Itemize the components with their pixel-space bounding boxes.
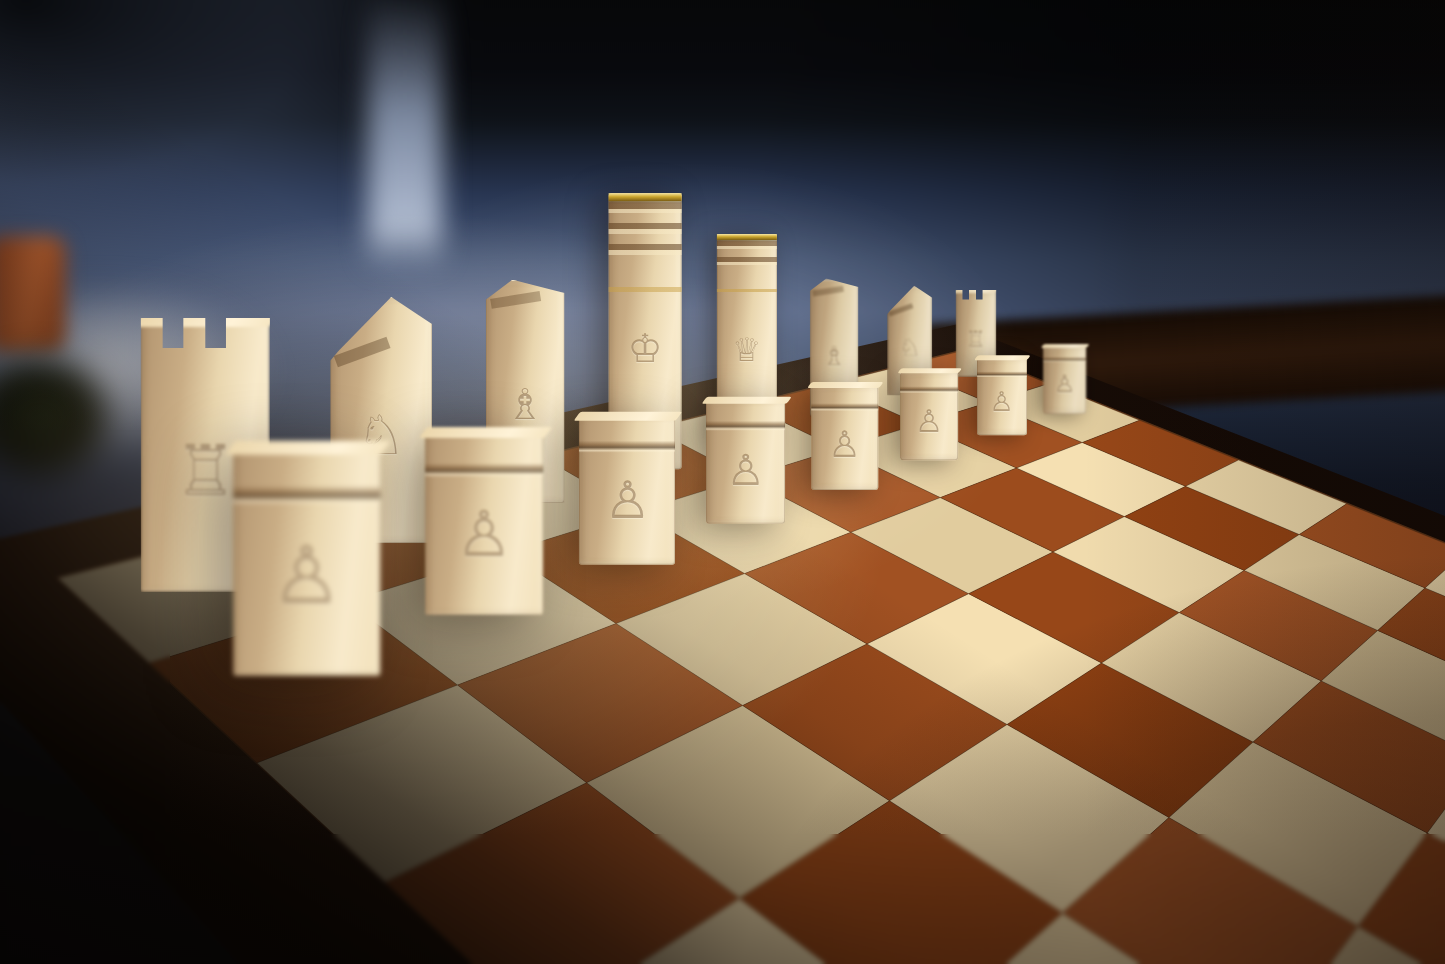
piece-top-face xyxy=(807,382,883,388)
white-bishop-glyph: ♗ xyxy=(506,380,544,429)
white-knight-glyph: ♘ xyxy=(899,333,921,362)
piece-top-face xyxy=(897,368,962,373)
white-pawn-glyph: ♙ xyxy=(271,529,342,622)
piece-white-pawn-g2[interactable]: ♙ xyxy=(425,432,543,615)
white-king-glyph: ♔ xyxy=(628,325,663,370)
piece-white-pawn-c2[interactable]: ♙ xyxy=(900,371,958,461)
piece-top-face xyxy=(419,427,552,438)
white-rook-glyph: ♖ xyxy=(966,326,986,352)
white-pawn-glyph: ♙ xyxy=(1054,370,1075,398)
piece-top-face xyxy=(974,356,1030,361)
white-queen-glyph: ♕ xyxy=(732,331,761,369)
piece-white-pawn-h2[interactable]: ♙ xyxy=(233,447,381,676)
white-pawn-glyph: ♙ xyxy=(456,497,513,571)
piece-white-pawn-f2[interactable]: ♙ xyxy=(579,416,675,565)
white-pawn-glyph: ♙ xyxy=(915,403,943,439)
piece-top-face xyxy=(1040,344,1089,348)
white-pawn-glyph: ♙ xyxy=(604,469,651,529)
piece-white-pawn-e2[interactable]: ♙ xyxy=(706,400,786,524)
piece-white-pawn-d2[interactable]: ♙ xyxy=(811,385,879,490)
piece-white-pawn-b2[interactable]: ♙ xyxy=(977,358,1027,436)
white-pawn-glyph: ♙ xyxy=(828,422,861,465)
scene: ♖♘♗♕♔♗♘♖♙♙♙♙♙♙♙♙ xyxy=(0,0,1445,964)
piece-top-face xyxy=(701,397,791,404)
white-pawn-glyph: ♙ xyxy=(989,386,1013,417)
piece-top-face xyxy=(574,412,682,421)
piece-white-pawn-a2[interactable]: ♙ xyxy=(1043,346,1087,414)
foreground-blur-strip xyxy=(0,834,1445,964)
white-pawn-glyph: ♙ xyxy=(726,444,765,494)
piece-top-face xyxy=(225,441,391,455)
white-bishop-glyph: ♗ xyxy=(822,341,846,371)
white-rook-glyph: ♖ xyxy=(174,431,237,512)
